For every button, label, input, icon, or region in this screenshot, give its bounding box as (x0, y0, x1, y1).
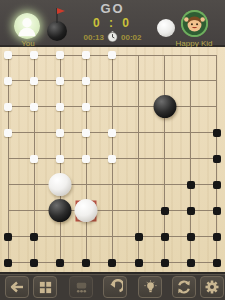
territory-white (82, 77, 90, 85)
gear-icon (204, 279, 220, 295)
hint-button[interactable] (138, 276, 162, 298)
territory-black (187, 207, 195, 215)
territory-white (30, 77, 38, 85)
grid-line (164, 55, 165, 263)
territory-black (213, 259, 221, 267)
undo-arrow-icon (107, 279, 123, 295)
white-stone-indicator (157, 19, 175, 37)
territory-white (4, 129, 12, 137)
new-game-button[interactable] (172, 276, 196, 298)
territory-white (56, 129, 64, 137)
territory-white (82, 155, 90, 163)
arrow-left-icon (9, 279, 25, 295)
territory-black (213, 155, 221, 163)
territory-black (187, 259, 195, 267)
lightbulb-icon (143, 280, 158, 295)
black-stone (153, 95, 176, 118)
refresh-icon (176, 279, 192, 295)
grid-line (190, 55, 191, 263)
territory-white (30, 51, 38, 59)
grid-line (8, 210, 217, 211)
black-stone (49, 199, 72, 222)
territory-white (108, 51, 116, 59)
territory-black (30, 233, 38, 241)
grid-line (138, 55, 139, 263)
territory-black (135, 259, 143, 267)
go-app: GO 0 : 0 00:13 00:02 You (0, 0, 225, 300)
territory-white (82, 129, 90, 137)
territory-white (4, 103, 12, 111)
territory-white (30, 103, 38, 111)
territory-black (213, 233, 221, 241)
toolbar (0, 272, 225, 300)
territory-black (30, 259, 38, 267)
you-avatar[interactable] (14, 13, 40, 39)
territory-white (56, 51, 64, 59)
territory-white (30, 155, 38, 163)
territory-black (161, 207, 169, 215)
territory-white (56, 155, 64, 163)
territory-white (4, 51, 12, 59)
undo-button[interactable] (103, 276, 127, 298)
white-stone (49, 173, 72, 196)
territory-black (213, 129, 221, 137)
territory-white (82, 51, 90, 59)
territory-white (4, 77, 12, 85)
territory-black (161, 233, 169, 241)
grid-line (8, 236, 217, 237)
grid-icon (38, 280, 53, 295)
more-button[interactable] (69, 276, 93, 298)
person-icon (14, 13, 40, 39)
settings-button[interactable] (200, 276, 224, 298)
right-player-timer: 00:02 (121, 33, 141, 42)
header: GO 0 : 0 00:13 00:02 You (0, 0, 225, 47)
territory-black (4, 259, 12, 267)
territory-black (108, 259, 116, 267)
go-board[interactable] (0, 47, 225, 272)
back-button[interactable] (5, 276, 29, 298)
territory-black (135, 233, 143, 241)
territory-black (56, 259, 64, 267)
left-player-timer: 00:13 (84, 33, 104, 42)
territory-black (82, 259, 90, 267)
territory-black (213, 181, 221, 189)
opponent-avatar[interactable] (181, 10, 208, 37)
games-grid-button[interactable] (33, 276, 57, 298)
clock-icon (107, 31, 118, 44)
territory-white (82, 103, 90, 111)
territory-black (213, 207, 221, 215)
territory-white (108, 129, 116, 137)
turn-flag-icon (52, 6, 66, 24)
territory-white (108, 155, 116, 163)
territory-black (4, 233, 12, 241)
grid-line (8, 184, 217, 185)
dots-icon (74, 280, 89, 295)
territory-black (187, 233, 195, 241)
territory-white (56, 103, 64, 111)
territory-white (56, 77, 64, 85)
territory-black (161, 259, 169, 267)
territory-black (187, 181, 195, 189)
happy-kid-icon (181, 10, 208, 37)
white-stone (75, 199, 98, 222)
